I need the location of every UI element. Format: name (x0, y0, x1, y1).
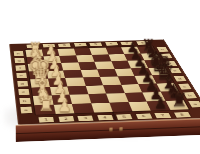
coordinate-label: 5 (89, 42, 102, 46)
folding-chess-board: ♜♟♟♜♞♟♟♞♝♟♟♝♚♟♟♚♛♟♟♛♝♟♟♝♞♟♟♞♜♟♟♜ 11hh22g… (9, 40, 200, 126)
coordinate-label: h (156, 47, 168, 52)
black-rook[interactable]: ♜ (171, 91, 188, 110)
coordinate-label: 1 (39, 117, 55, 123)
square-a8[interactable]: ♜ (165, 100, 189, 110)
square-e3[interactable] (63, 70, 82, 78)
square-a3[interactable] (72, 103, 94, 113)
board-frame: ♜♟♟♜♞♟♟♞♝♟♟♝♚♟♟♚♛♟♟♛♝♟♟♝♞♟♟♞♜♟♟♜ 11hh22g… (9, 40, 200, 126)
coordinate-label: a (20, 107, 32, 114)
coordinate-label: b (19, 98, 31, 105)
box-lid-seam (16, 126, 200, 134)
coordinate-label: 7 (155, 113, 172, 119)
coordinate-label: c (18, 89, 29, 95)
coordinate-label: 6 (135, 113, 152, 119)
square-e6[interactable] (114, 68, 134, 76)
coordinate-label: 4 (74, 43, 87, 47)
square-c6[interactable] (121, 84, 143, 93)
coordinate-label: g (14, 58, 24, 63)
coordinate-label: a (188, 101, 200, 108)
coordinate-label: 4 (97, 115, 113, 121)
hinge-pin (119, 127, 123, 131)
square-c5[interactable] (103, 85, 124, 94)
white-pawn[interactable]: ♟ (58, 98, 72, 114)
coordinate-label: 5 (116, 114, 132, 120)
black-pawn[interactable]: ♟ (153, 95, 167, 110)
coordinate-label: d (17, 81, 28, 87)
coordinate-label: e (16, 73, 27, 79)
coordinate-label: 8 (174, 112, 191, 118)
square-a7[interactable]: ♟ (147, 101, 170, 111)
coordinate-label: 3 (58, 43, 71, 47)
coordinate-label: 7 (121, 42, 134, 46)
square-a5[interactable] (109, 102, 132, 112)
white-rook[interactable]: ♜ (37, 95, 54, 114)
square-f3[interactable] (61, 62, 80, 70)
coordinate-label: 2 (58, 116, 74, 122)
square-d3[interactable] (65, 78, 85, 87)
coordinate-label: 2 (42, 44, 55, 48)
hinge-pin (109, 128, 113, 132)
coordinate-label: 1 (27, 44, 39, 48)
coordinate-label: f (15, 65, 25, 70)
perspective-stage: ♜♟♟♜♞♟♟♞♝♟♟♝♚♟♟♚♛♟♟♛♝♟♟♝♞♟♟♞♜♟♟♜ 11hh22g… (10, 18, 190, 138)
coordinate-label: h (13, 51, 23, 56)
chess-set-photo: ♜♟♟♜♞♟♟♞♝♟♟♝♚♟♟♚♛♟♟♛♝♟♟♝♞♟♟♞♜♟♟♜ 11hh22g… (0, 0, 200, 154)
coordinate-label: 3 (78, 115, 94, 121)
square-a2[interactable]: ♟ (53, 104, 74, 114)
coordinate-label: 6 (105, 42, 118, 46)
coordinate-label: 8 (136, 41, 149, 45)
square-a1[interactable]: ♜ (34, 104, 55, 114)
